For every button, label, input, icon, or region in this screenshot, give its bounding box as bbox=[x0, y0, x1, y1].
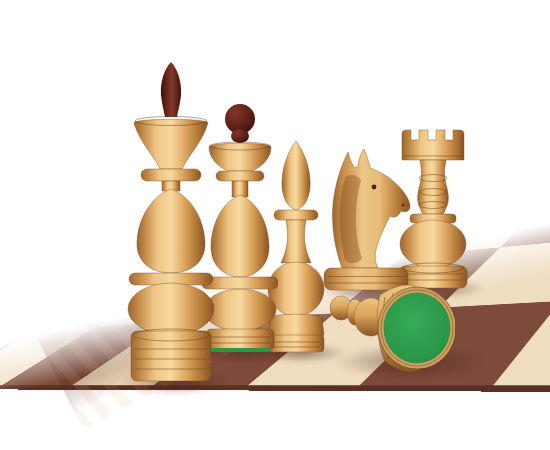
king-ball bbox=[128, 283, 214, 335]
queen-collar bbox=[216, 171, 264, 181]
knight-eye bbox=[372, 185, 377, 190]
king-spire-finial bbox=[161, 62, 181, 117]
king-cone-cup bbox=[134, 119, 208, 169]
bishop-collar bbox=[274, 210, 318, 220]
bishop-stem bbox=[281, 220, 311, 263]
product-photo-scene bbox=[0, 0, 550, 450]
queen-finial-bead bbox=[231, 129, 249, 143]
king-piece bbox=[126, 59, 216, 384]
queen-base bbox=[206, 329, 274, 350]
king-pear-bulb bbox=[137, 189, 205, 273]
pawn-lying-piece bbox=[325, 281, 455, 377]
knight-nostril bbox=[402, 204, 405, 207]
knight-piece bbox=[318, 144, 418, 294]
bishop-flame-finial bbox=[282, 141, 310, 210]
pawn-felt-base bbox=[384, 293, 450, 363]
queen-felt-edge bbox=[210, 348, 270, 352]
king-collar bbox=[141, 169, 201, 181]
queen-cup bbox=[209, 143, 271, 171]
rook-stem bbox=[418, 160, 449, 214]
queen-pear-bulb bbox=[211, 195, 269, 277]
king-base bbox=[131, 331, 211, 381]
